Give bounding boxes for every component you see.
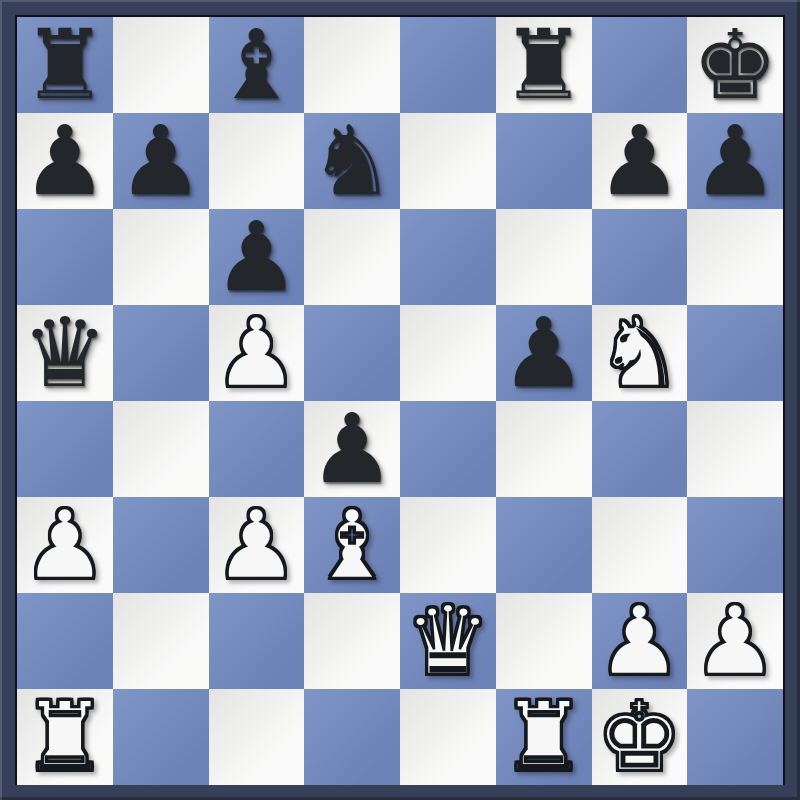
square-e7[interactable] — [400, 113, 496, 209]
square-h4[interactable] — [687, 401, 783, 497]
square-c2[interactable] — [209, 593, 305, 689]
square-f4[interactable] — [496, 401, 592, 497]
square-c5[interactable]: ♟ — [209, 305, 305, 401]
square-a6[interactable] — [17, 209, 113, 305]
white-king-g1[interactable]: ♚ — [596, 689, 682, 785]
square-h7[interactable]: ♟ — [687, 113, 783, 209]
black-bishop-c8[interactable]: ♝ — [213, 17, 299, 113]
square-c4[interactable] — [209, 401, 305, 497]
chess-board: ♜♝♜♚♟♟♞♟♟♟♛♟♟♞♟♟♟♝♛♟♟♜♜♚ — [15, 15, 785, 785]
square-d2[interactable] — [304, 593, 400, 689]
square-b2[interactable] — [113, 593, 209, 689]
square-b8[interactable] — [113, 17, 209, 113]
square-b3[interactable] — [113, 497, 209, 593]
square-g5[interactable]: ♞ — [592, 305, 688, 401]
black-king-h8[interactable]: ♚ — [692, 17, 778, 113]
square-d3[interactable]: ♝ — [304, 497, 400, 593]
square-f5[interactable]: ♟ — [496, 305, 592, 401]
white-rook-a1[interactable]: ♜ — [22, 689, 108, 785]
square-h6[interactable] — [687, 209, 783, 305]
square-a1[interactable]: ♜ — [17, 689, 113, 785]
square-g6[interactable] — [592, 209, 688, 305]
square-g1[interactable]: ♚ — [592, 689, 688, 785]
white-pawn-g2[interactable]: ♟ — [596, 593, 682, 689]
black-pawn-c6[interactable]: ♟ — [213, 209, 299, 305]
white-pawn-h2[interactable]: ♟ — [692, 593, 778, 689]
square-d6[interactable] — [304, 209, 400, 305]
square-e3[interactable] — [400, 497, 496, 593]
square-f8[interactable]: ♜ — [496, 17, 592, 113]
square-d5[interactable] — [304, 305, 400, 401]
square-e1[interactable] — [400, 689, 496, 785]
white-pawn-c3[interactable]: ♟ — [213, 497, 299, 593]
black-pawn-h7[interactable]: ♟ — [692, 113, 778, 209]
square-d4[interactable]: ♟ — [304, 401, 400, 497]
square-c7[interactable] — [209, 113, 305, 209]
square-h3[interactable] — [687, 497, 783, 593]
square-g2[interactable]: ♟ — [592, 593, 688, 689]
square-c1[interactable] — [209, 689, 305, 785]
square-e8[interactable] — [400, 17, 496, 113]
square-g4[interactable] — [592, 401, 688, 497]
square-b1[interactable] — [113, 689, 209, 785]
square-b5[interactable] — [113, 305, 209, 401]
square-g8[interactable] — [592, 17, 688, 113]
black-knight-d7[interactable]: ♞ — [309, 113, 395, 209]
square-f2[interactable] — [496, 593, 592, 689]
square-f7[interactable] — [496, 113, 592, 209]
square-g7[interactable]: ♟ — [592, 113, 688, 209]
square-b4[interactable] — [113, 401, 209, 497]
black-queen-a5[interactable]: ♛ — [22, 305, 108, 401]
square-a2[interactable] — [17, 593, 113, 689]
white-knight-g5[interactable]: ♞ — [596, 305, 682, 401]
square-c3[interactable]: ♟ — [209, 497, 305, 593]
square-b7[interactable]: ♟ — [113, 113, 209, 209]
white-rook-f1[interactable]: ♜ — [501, 689, 587, 785]
square-f6[interactable] — [496, 209, 592, 305]
square-h8[interactable]: ♚ — [687, 17, 783, 113]
black-rook-a8[interactable]: ♜ — [22, 17, 108, 113]
square-d1[interactable] — [304, 689, 400, 785]
square-e6[interactable] — [400, 209, 496, 305]
black-pawn-a7[interactable]: ♟ — [22, 113, 108, 209]
square-e4[interactable] — [400, 401, 496, 497]
square-a7[interactable]: ♟ — [17, 113, 113, 209]
square-f3[interactable] — [496, 497, 592, 593]
white-queen-e2[interactable]: ♛ — [405, 593, 491, 689]
square-g3[interactable] — [592, 497, 688, 593]
black-rook-f8[interactable]: ♜ — [501, 17, 587, 113]
square-h2[interactable]: ♟ — [687, 593, 783, 689]
square-d7[interactable]: ♞ — [304, 113, 400, 209]
white-bishop-d3[interactable]: ♝ — [309, 497, 395, 593]
square-e2[interactable]: ♛ — [400, 593, 496, 689]
square-c6[interactable]: ♟ — [209, 209, 305, 305]
black-pawn-g7[interactable]: ♟ — [596, 113, 682, 209]
square-h5[interactable] — [687, 305, 783, 401]
black-pawn-b7[interactable]: ♟ — [118, 113, 204, 209]
square-h1[interactable] — [687, 689, 783, 785]
board-frame: ♜♝♜♚♟♟♞♟♟♟♛♟♟♞♟♟♟♝♛♟♟♜♜♚ — [0, 0, 800, 800]
square-f1[interactable]: ♜ — [496, 689, 592, 785]
square-a3[interactable]: ♟ — [17, 497, 113, 593]
square-e5[interactable] — [400, 305, 496, 401]
square-c8[interactable]: ♝ — [209, 17, 305, 113]
black-pawn-f5[interactable]: ♟ — [501, 305, 587, 401]
square-a4[interactable] — [17, 401, 113, 497]
square-d8[interactable] — [304, 17, 400, 113]
white-pawn-c5[interactable]: ♟ — [213, 305, 299, 401]
square-a8[interactable]: ♜ — [17, 17, 113, 113]
square-b6[interactable] — [113, 209, 209, 305]
square-a5[interactable]: ♛ — [17, 305, 113, 401]
black-pawn-d4[interactable]: ♟ — [309, 401, 395, 497]
white-pawn-a3[interactable]: ♟ — [22, 497, 108, 593]
